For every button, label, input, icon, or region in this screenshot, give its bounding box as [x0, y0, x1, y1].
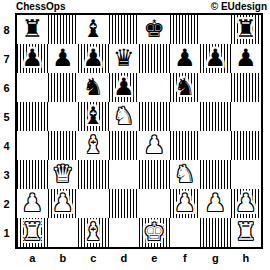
square-g6[interactable] — [200, 73, 231, 102]
square-b8[interactable] — [48, 15, 79, 44]
square-a3[interactable] — [17, 160, 48, 189]
square-f6[interactable]: ♞ — [170, 73, 201, 102]
file-label-f: f — [170, 252, 201, 264]
square-d3[interactable] — [109, 160, 140, 189]
square-f4[interactable] — [170, 131, 201, 160]
piece-black-pawn-d6: ♟ — [113, 75, 135, 99]
square-g4[interactable] — [200, 131, 231, 160]
piece-black-rook-h8: ♜ — [235, 17, 257, 41]
piece-black-bishop-c5: ♝ — [82, 104, 104, 128]
square-a5[interactable] — [17, 102, 48, 131]
piece-white-bishop-c4: ♝ — [82, 133, 104, 157]
rank-label-8: 8 — [0, 15, 13, 44]
piece-white-king-e1: ♚ — [143, 220, 165, 244]
square-b4[interactable] — [48, 131, 79, 160]
square-d1[interactable] — [109, 218, 140, 247]
square-f7[interactable]: ♟ — [170, 44, 201, 73]
square-d6[interactable]: ♟ — [109, 73, 140, 102]
piece-black-rook-a8: ♜ — [21, 17, 43, 41]
square-h4[interactable] — [231, 131, 262, 160]
piece-black-pawn-g7: ♟ — [204, 46, 226, 70]
piece-white-pawn-f2: ♟ — [174, 191, 196, 215]
piece-white-knight-d5: ♞ — [113, 104, 135, 128]
square-d8[interactable] — [109, 15, 140, 44]
square-g8[interactable] — [200, 15, 231, 44]
square-h7[interactable]: ♟ — [231, 44, 262, 73]
square-e2[interactable] — [139, 189, 170, 218]
piece-white-pawn-h2: ♟ — [235, 191, 257, 215]
piece-white-pawn-a2: ♟ — [21, 191, 43, 215]
square-g7[interactable]: ♟ — [200, 44, 231, 73]
square-c7[interactable]: ♟ — [78, 44, 109, 73]
square-b6[interactable] — [48, 73, 79, 102]
square-e3[interactable] — [139, 160, 170, 189]
square-g3[interactable] — [200, 160, 231, 189]
piece-black-pawn-h7: ♟ — [235, 46, 257, 70]
square-f1[interactable] — [170, 218, 201, 247]
square-c2[interactable] — [78, 189, 109, 218]
rank-label-3: 3 — [0, 160, 13, 189]
file-label-c: c — [78, 252, 109, 264]
square-e1[interactable]: ♚ — [139, 218, 170, 247]
piece-black-knight-f6: ♞ — [174, 75, 196, 99]
piece-white-pawn-g2: ♟ — [204, 191, 226, 215]
square-h3[interactable] — [231, 160, 262, 189]
piece-black-pawn-b7: ♟ — [52, 46, 74, 70]
square-e4[interactable]: ♟ — [139, 131, 170, 160]
rank-label-7: 7 — [0, 44, 13, 73]
square-e8[interactable]: ♚ — [139, 15, 170, 44]
square-a1[interactable]: ♜ — [17, 218, 48, 247]
file-label-e: e — [139, 252, 170, 264]
square-a2[interactable]: ♟ — [17, 189, 48, 218]
rank-label-2: 2 — [0, 189, 13, 218]
file-label-a: a — [17, 252, 48, 264]
square-g1[interactable] — [200, 218, 231, 247]
square-f2[interactable]: ♟ — [170, 189, 201, 218]
square-c4[interactable]: ♝ — [78, 131, 109, 160]
copyright-label: © EUdesign — [211, 1, 267, 12]
square-d5[interactable]: ♞ — [109, 102, 140, 131]
square-c8[interactable]: ♝ — [78, 15, 109, 44]
square-b5[interactable] — [48, 102, 79, 131]
file-label-h: h — [231, 252, 262, 264]
square-b7[interactable]: ♟ — [48, 44, 79, 73]
square-f5[interactable] — [170, 102, 201, 131]
square-h6[interactable] — [231, 73, 262, 102]
rank-label-5: 5 — [0, 102, 13, 131]
square-c3[interactable] — [78, 160, 109, 189]
square-b3[interactable]: ♛ — [48, 160, 79, 189]
square-e6[interactable] — [139, 73, 170, 102]
square-c6[interactable]: ♞ — [78, 73, 109, 102]
file-label-g: g — [200, 252, 231, 264]
square-c5[interactable]: ♝ — [78, 102, 109, 131]
square-a4[interactable] — [17, 131, 48, 160]
piece-white-pawn-b2: ♟ — [52, 191, 74, 215]
square-h2[interactable]: ♟ — [231, 189, 262, 218]
piece-black-pawn-c7: ♟ — [82, 46, 104, 70]
rank-label-4: 4 — [0, 131, 13, 160]
piece-white-rook-h1: ♜ — [235, 220, 257, 244]
square-a8[interactable]: ♜ — [17, 15, 48, 44]
piece-white-rook-a1: ♜ — [21, 220, 43, 244]
file-labels: abcdefgh — [17, 252, 261, 264]
chess-board: ♜♝♚♜♟♟♟♛♟♟♟♞♟♞♝♞♝♟♛♞♟♟♟♟♟♜♝♚♜ — [17, 15, 261, 247]
square-g2[interactable]: ♟ — [200, 189, 231, 218]
square-a7[interactable]: ♟ — [17, 44, 48, 73]
piece-white-knight-f3: ♞ — [174, 162, 196, 186]
piece-white-bishop-c1: ♝ — [82, 220, 104, 244]
square-b2[interactable]: ♟ — [48, 189, 79, 218]
file-label-b: b — [48, 252, 79, 264]
chess-board-frame: ♜♝♚♜♟♟♟♛♟♟♟♞♟♞♝♞♝♟♛♞♟♟♟♟♟♜♝♚♜ — [15, 13, 263, 249]
file-label-d: d — [109, 252, 140, 264]
piece-black-pawn-a7: ♟ — [21, 46, 43, 70]
square-d4[interactable] — [109, 131, 140, 160]
square-g5[interactable] — [200, 102, 231, 131]
diagram-header: ChessOps © EUdesign — [16, 1, 267, 12]
square-f3[interactable]: ♞ — [170, 160, 201, 189]
square-e5[interactable] — [139, 102, 170, 131]
piece-black-king-e8: ♚ — [143, 17, 165, 41]
square-f8[interactable] — [170, 15, 201, 44]
piece-black-pawn-f7: ♟ — [174, 46, 196, 70]
rank-label-6: 6 — [0, 73, 13, 102]
square-d7[interactable]: ♛ — [109, 44, 140, 73]
piece-black-knight-c6: ♞ — [82, 75, 104, 99]
app-title: ChessOps — [16, 1, 65, 12]
rank-labels: 87654321 — [0, 15, 13, 247]
square-h5[interactable] — [231, 102, 262, 131]
piece-black-bishop-c8: ♝ — [82, 17, 104, 41]
square-a6[interactable] — [17, 73, 48, 102]
square-h1[interactable]: ♜ — [231, 218, 262, 247]
piece-black-queen-d7: ♛ — [113, 46, 135, 70]
rank-label-1: 1 — [0, 218, 13, 247]
square-h8[interactable]: ♜ — [231, 15, 262, 44]
square-d2[interactable] — [109, 189, 140, 218]
square-e7[interactable] — [139, 44, 170, 73]
square-b1[interactable] — [48, 218, 79, 247]
piece-white-pawn-e4: ♟ — [143, 133, 165, 157]
square-c1[interactable]: ♝ — [78, 218, 109, 247]
piece-white-queen-b3: ♛ — [52, 162, 74, 186]
